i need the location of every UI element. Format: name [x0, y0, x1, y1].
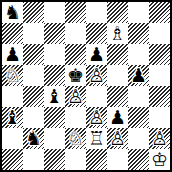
square-c8[interactable] [44, 2, 65, 23]
square-h1[interactable]: ♔ [149, 149, 170, 170]
square-e4[interactable] [86, 86, 107, 107]
square-b3[interactable] [23, 107, 44, 128]
square-f6[interactable] [107, 44, 128, 65]
square-h4[interactable] [149, 86, 170, 107]
piece-white-bishop[interactable]: ♗ [109, 23, 126, 44]
square-g3[interactable] [128, 107, 149, 128]
square-f1[interactable] [107, 149, 128, 170]
square-a2[interactable] [2, 128, 23, 149]
square-a4[interactable] [2, 86, 23, 107]
square-e8[interactable] [86, 2, 107, 23]
piece-white-pawn[interactable]: ♙ [88, 107, 105, 128]
square-b6[interactable] [23, 44, 44, 65]
piece-black-pawn[interactable]: ♟ [130, 65, 147, 86]
square-g1[interactable] [128, 149, 149, 170]
square-d5[interactable]: ♚ [65, 65, 86, 86]
square-f8[interactable] [107, 2, 128, 23]
square-g7[interactable] [128, 23, 149, 44]
square-b8[interactable] [23, 2, 44, 23]
square-c6[interactable] [44, 44, 65, 65]
square-c1[interactable] [44, 149, 65, 170]
piece-black-pawn[interactable]: ♟ [88, 44, 105, 65]
square-a1[interactable] [2, 149, 23, 170]
square-c2[interactable] [44, 128, 65, 149]
piece-white-pawn[interactable]: ♙ [151, 128, 168, 149]
square-a7[interactable] [2, 23, 23, 44]
piece-white-pawn[interactable]: ♙ [109, 128, 126, 149]
square-a3[interactable]: ♝ [2, 107, 23, 128]
square-b7[interactable] [23, 23, 44, 44]
square-c7[interactable] [44, 23, 65, 44]
square-d4[interactable]: ♙ [65, 86, 86, 107]
square-b2[interactable]: ♞ [23, 128, 44, 149]
square-g5[interactable]: ♟ [128, 65, 149, 86]
piece-black-pawn[interactable]: ♟ [4, 44, 21, 65]
square-d2[interactable]: ♘ [65, 128, 86, 149]
piece-black-bishop[interactable]: ♝ [4, 107, 21, 128]
square-g2[interactable] [128, 128, 149, 149]
square-c3[interactable] [44, 107, 65, 128]
piece-white-pawn[interactable]: ♙ [67, 86, 84, 107]
square-g4[interactable] [128, 86, 149, 107]
square-e1[interactable] [86, 149, 107, 170]
piece-black-knight[interactable]: ♞ [4, 2, 21, 23]
square-e2[interactable]: ♖ [86, 128, 107, 149]
piece-black-pawn[interactable]: ♟ [109, 107, 126, 128]
square-h6[interactable] [149, 44, 170, 65]
square-d8[interactable] [65, 2, 86, 23]
square-h5[interactable] [149, 65, 170, 86]
square-h7[interactable] [149, 23, 170, 44]
piece-white-king[interactable]: ♔ [151, 149, 168, 170]
piece-white-pawn[interactable]: ♙ [88, 65, 105, 86]
square-g6[interactable] [128, 44, 149, 65]
piece-white-knight[interactable]: ♘ [4, 65, 21, 86]
square-e3[interactable]: ♙ [86, 107, 107, 128]
square-e6[interactable]: ♟ [86, 44, 107, 65]
square-h8[interactable] [149, 2, 170, 23]
piece-black-knight[interactable]: ♞ [25, 128, 42, 149]
square-d3[interactable] [65, 107, 86, 128]
square-e7[interactable] [86, 23, 107, 44]
square-a8[interactable]: ♞ [2, 2, 23, 23]
square-d7[interactable] [65, 23, 86, 44]
chess-board: ♞♗♟♟♘♚♙♟♝♙♝♙♟♞♘♖♙♙♔ [0, 0, 172, 172]
square-f4[interactable] [107, 86, 128, 107]
square-h3[interactable] [149, 107, 170, 128]
square-f2[interactable]: ♙ [107, 128, 128, 149]
square-b1[interactable] [23, 149, 44, 170]
piece-black-bishop[interactable]: ♝ [46, 86, 63, 107]
square-b4[interactable] [23, 86, 44, 107]
square-f5[interactable] [107, 65, 128, 86]
piece-white-rook[interactable]: ♖ [88, 128, 105, 149]
square-f3[interactable]: ♟ [107, 107, 128, 128]
square-e5[interactable]: ♙ [86, 65, 107, 86]
square-a5[interactable]: ♘ [2, 65, 23, 86]
square-c5[interactable] [44, 65, 65, 86]
square-d6[interactable] [65, 44, 86, 65]
piece-black-king[interactable]: ♚ [67, 65, 84, 86]
piece-white-knight[interactable]: ♘ [67, 128, 84, 149]
square-b5[interactable] [23, 65, 44, 86]
square-f7[interactable]: ♗ [107, 23, 128, 44]
square-c4[interactable]: ♝ [44, 86, 65, 107]
square-g8[interactable] [128, 2, 149, 23]
square-d1[interactable] [65, 149, 86, 170]
square-h2[interactable]: ♙ [149, 128, 170, 149]
square-a6[interactable]: ♟ [2, 44, 23, 65]
